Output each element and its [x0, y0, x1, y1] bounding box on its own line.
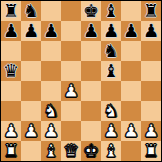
- square-h2[interactable]: ♟: [141, 121, 161, 141]
- white-pawn-icon: ♟: [63, 81, 79, 101]
- black-knight-icon: ♞: [103, 41, 119, 61]
- white-pawn-icon: ♟: [143, 121, 159, 141]
- black-pawn-icon: ♟: [123, 21, 139, 41]
- square-f2[interactable]: ♟: [101, 121, 121, 141]
- square-e1[interactable]: ♚: [81, 141, 101, 161]
- square-g2[interactable]: ♟: [121, 121, 141, 141]
- black-knight-icon: ♞: [23, 1, 39, 21]
- square-c5[interactable]: [41, 61, 61, 81]
- square-g1[interactable]: [121, 141, 141, 161]
- square-d5[interactable]: [61, 61, 81, 81]
- black-bishop-icon: ♝: [103, 1, 119, 21]
- white-pawn-icon: ♟: [3, 121, 19, 141]
- square-g3[interactable]: [121, 101, 141, 121]
- square-d2[interactable]: [61, 121, 81, 141]
- square-b3[interactable]: [21, 101, 41, 121]
- square-a3[interactable]: [1, 101, 21, 121]
- black-bishop-icon: ♝: [103, 61, 119, 81]
- white-pawn-icon: ♟: [43, 121, 59, 141]
- square-h8[interactable]: ♜: [141, 1, 161, 21]
- black-king-icon: ♚: [83, 1, 99, 21]
- square-a7[interactable]: ♟: [1, 21, 21, 41]
- black-pawn-icon: ♟: [3, 21, 19, 41]
- square-a5[interactable]: ♛: [1, 61, 21, 81]
- square-h4[interactable]: [141, 81, 161, 101]
- white-pawn-icon: ♟: [123, 121, 139, 141]
- square-c2[interactable]: ♟: [41, 121, 61, 141]
- square-b4[interactable]: [21, 81, 41, 101]
- square-d6[interactable]: [61, 41, 81, 61]
- square-e6[interactable]: [81, 41, 101, 61]
- square-f1[interactable]: ♝: [101, 141, 121, 161]
- white-king-icon: ♚: [83, 141, 99, 161]
- white-queen-icon: ♛: [63, 141, 79, 161]
- square-e5[interactable]: [81, 61, 101, 81]
- square-h7[interactable]: ♟: [141, 21, 161, 41]
- white-pawn-icon: ♟: [103, 121, 119, 141]
- square-a8[interactable]: ♜: [1, 1, 21, 21]
- square-f4[interactable]: [101, 81, 121, 101]
- white-pawn-icon: ♟: [23, 121, 39, 141]
- square-d3[interactable]: [61, 101, 81, 121]
- white-bishop-icon: ♝: [43, 141, 59, 161]
- square-b1[interactable]: [21, 141, 41, 161]
- square-f3[interactable]: ♞: [101, 101, 121, 121]
- square-a4[interactable]: [1, 81, 21, 101]
- square-b7[interactable]: ♟: [21, 21, 41, 41]
- square-c4[interactable]: [41, 81, 61, 101]
- square-b2[interactable]: ♟: [21, 121, 41, 141]
- square-a6[interactable]: [1, 41, 21, 61]
- square-e7[interactable]: ♟: [81, 21, 101, 41]
- black-pawn-icon: ♟: [83, 21, 99, 41]
- square-c3[interactable]: ♞: [41, 101, 61, 121]
- square-h3[interactable]: [141, 101, 161, 121]
- chess-board: ♜♞♚♝♜♟♟♟♟♟♟♟♞♛♝♟♞♞♟♟♟♟♟♟♜♝♛♚♝♜: [0, 0, 162, 162]
- square-c6[interactable]: [41, 41, 61, 61]
- black-queen-icon: ♛: [3, 61, 19, 81]
- square-h6[interactable]: [141, 41, 161, 61]
- square-g5[interactable]: [121, 61, 141, 81]
- square-e3[interactable]: [81, 101, 101, 121]
- white-knight-icon: ♞: [103, 101, 119, 121]
- square-e4[interactable]: [81, 81, 101, 101]
- black-pawn-icon: ♟: [23, 21, 39, 41]
- white-bishop-icon: ♝: [103, 141, 119, 161]
- square-g4[interactable]: [121, 81, 141, 101]
- black-pawn-icon: ♟: [143, 21, 159, 41]
- square-e2[interactable]: [81, 121, 101, 141]
- square-f5[interactable]: ♝: [101, 61, 121, 81]
- black-pawn-icon: ♟: [103, 21, 119, 41]
- square-h1[interactable]: ♜: [141, 141, 161, 161]
- square-d8[interactable]: [61, 1, 81, 21]
- square-a1[interactable]: ♜: [1, 141, 21, 161]
- square-g8[interactable]: [121, 1, 141, 21]
- black-pawn-icon: ♟: [43, 21, 59, 41]
- square-d1[interactable]: ♛: [61, 141, 81, 161]
- square-f6[interactable]: ♞: [101, 41, 121, 61]
- white-rook-icon: ♜: [3, 141, 19, 161]
- square-a2[interactable]: ♟: [1, 121, 21, 141]
- square-g7[interactable]: ♟: [121, 21, 141, 41]
- black-rook-icon: ♜: [3, 1, 19, 21]
- black-rook-icon: ♜: [143, 1, 159, 21]
- square-h5[interactable]: [141, 61, 161, 81]
- square-d4[interactable]: ♟: [61, 81, 81, 101]
- square-c1[interactable]: ♝: [41, 141, 61, 161]
- square-c8[interactable]: [41, 1, 61, 21]
- white-knight-icon: ♞: [43, 101, 59, 121]
- square-b6[interactable]: [21, 41, 41, 61]
- square-d7[interactable]: [61, 21, 81, 41]
- square-b8[interactable]: ♞: [21, 1, 41, 21]
- square-g6[interactable]: [121, 41, 141, 61]
- square-f7[interactable]: ♟: [101, 21, 121, 41]
- square-c7[interactable]: ♟: [41, 21, 61, 41]
- white-rook-icon: ♜: [143, 141, 159, 161]
- square-b5[interactable]: [21, 61, 41, 81]
- square-f8[interactable]: ♝: [101, 1, 121, 21]
- square-e8[interactable]: ♚: [81, 1, 101, 21]
